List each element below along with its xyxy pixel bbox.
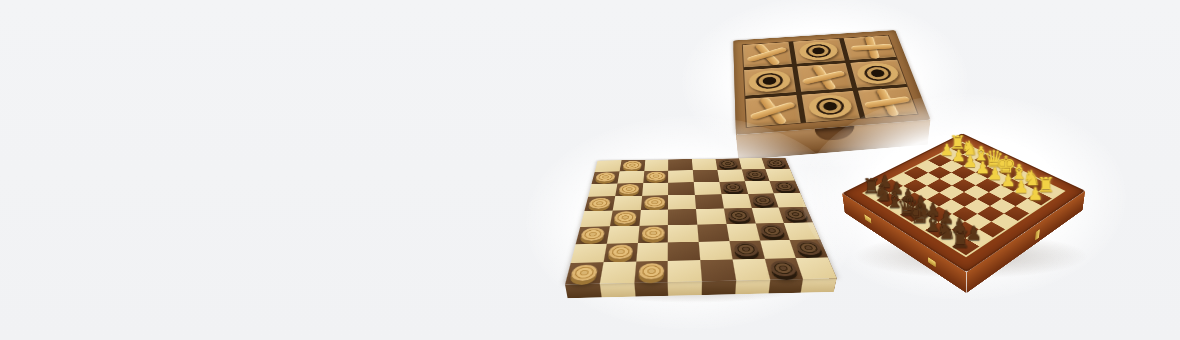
light-pawn-piece: ♟ (1014, 185, 1056, 202)
checkers-square (644, 160, 669, 171)
checkers-square (668, 170, 693, 182)
brass-clasp (928, 257, 936, 267)
checkers-square (668, 195, 696, 210)
chess-square (976, 178, 1000, 191)
x-piece (799, 64, 849, 91)
checkers-square (595, 160, 622, 171)
checkers-square (603, 243, 637, 263)
x-piece (746, 96, 799, 125)
checkers-square (576, 226, 610, 244)
checkers-square (729, 240, 764, 259)
dark-checker-piece (773, 181, 796, 191)
light-checker-piece (570, 264, 599, 281)
tictactoe-cell (850, 60, 906, 88)
brass-clasp (1035, 229, 1040, 240)
light-checker-piece (608, 244, 634, 259)
checkers-square (770, 180, 801, 193)
checkers-square (668, 241, 700, 261)
board-edge-block (735, 280, 770, 295)
light-checker-piece (614, 211, 637, 223)
light-checker-piece (623, 161, 642, 170)
board-edge-block (768, 279, 803, 294)
chess-square: ♝ (888, 200, 914, 215)
board-games-banner[interactable]: ♜♞♝♛♚♝♞♜♟♟♟♟♟♟♟♟♟♟♟♟♟♟♟♟♜♞♝♛♚♝♞♜ (0, 0, 1180, 340)
board-edge-block (565, 284, 601, 299)
checkers-square (760, 240, 797, 259)
checkers-square (699, 241, 733, 260)
checkers-square (695, 194, 724, 209)
checkers-square (619, 160, 645, 171)
x-piece (743, 43, 789, 66)
checkers-square (584, 196, 615, 211)
product-chess-set[interactable]: ♜♞♝♛♚♝♞♜♟♟♟♟♟♟♟♟♟♟♟♟♟♟♟♟♜♞♝♛♚♝♞♜ (808, 92, 1120, 317)
checkers-square (588, 183, 617, 197)
checkers-square (617, 171, 644, 183)
product-checkers-set[interactable] (548, 128, 833, 323)
board-edge-block (668, 281, 702, 296)
checkers-square (692, 159, 717, 170)
checkers-square (642, 182, 669, 195)
dark-checker-piece (769, 260, 799, 276)
board-edge-block (599, 283, 634, 298)
tictactoe-cell (745, 95, 801, 127)
dark-checker-piece (722, 182, 744, 192)
checkers-square (610, 210, 641, 226)
light-checker-piece (580, 228, 606, 242)
checkers-square (643, 171, 669, 183)
checkers-square (637, 225, 668, 243)
checkers-square (726, 223, 759, 241)
checkers-square (640, 195, 668, 210)
checkers-square (694, 182, 722, 195)
tictactoe-cell (793, 39, 844, 64)
checkers-square (724, 208, 756, 224)
light-checker-piece (644, 197, 665, 208)
o-piece (798, 41, 840, 62)
light-checker-piece (638, 263, 664, 280)
checkers-square (636, 242, 668, 262)
checkers-square (700, 260, 736, 282)
checkers-square (668, 224, 699, 242)
checkers-square (668, 182, 695, 195)
checkers-square (762, 158, 790, 169)
checkers-square (766, 169, 795, 181)
checkers-square (634, 261, 668, 283)
checkers-square (639, 210, 668, 226)
o-piece (749, 69, 792, 92)
checkers-square (571, 243, 607, 263)
light-checker-piece (595, 172, 616, 181)
checkers-square (599, 262, 635, 284)
dark-checker-piece (745, 170, 766, 179)
checkers-square (668, 209, 697, 225)
checkers-square (697, 224, 729, 242)
tictactoe-cell (797, 63, 851, 91)
checkers-square (721, 194, 751, 209)
checkers-square (717, 169, 744, 181)
board-edge-block (702, 281, 736, 296)
dark-checker-piece (733, 242, 760, 257)
dark-checker-piece (751, 195, 775, 206)
tictactoe-cell (843, 35, 896, 60)
tictactoe-cell (743, 42, 792, 68)
checkers-square (715, 158, 741, 169)
checkers-square (696, 208, 726, 224)
checkers-square (668, 260, 702, 282)
light-checker-piece (641, 227, 664, 240)
light-checker-piece (618, 184, 639, 194)
tictactoe-cell (744, 67, 796, 96)
light-checker-piece (588, 198, 611, 209)
checkers-square (580, 211, 612, 227)
dark-checker-piece (718, 159, 738, 168)
light-checker-piece (646, 172, 665, 181)
checkers-square (693, 170, 719, 182)
dark-checker-piece (727, 209, 751, 221)
checkers-square (732, 259, 769, 281)
o-piece (855, 62, 901, 85)
checkers-square (615, 183, 643, 196)
checkers-square (607, 226, 639, 244)
dark-checker-piece (765, 159, 786, 168)
checkers-square (565, 262, 603, 284)
dark-checker-piece (759, 224, 785, 237)
x-piece (847, 35, 896, 61)
checkers-square (719, 181, 748, 194)
checkers-square (592, 171, 620, 183)
brass-clasp (865, 215, 872, 224)
checkers-square (755, 223, 790, 240)
checkers-square (751, 207, 784, 223)
checkers-square (764, 258, 803, 279)
checkers-square (612, 196, 641, 211)
checkers-square (668, 159, 692, 170)
board-edge-block (634, 282, 669, 297)
